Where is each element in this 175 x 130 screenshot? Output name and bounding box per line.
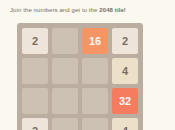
subtitle-text: Join the numbers and get to the (10, 7, 99, 13)
game-subtitle: Join the numbers and get to the 2048 til… (10, 6, 126, 14)
tile-16-r1c3: 16 (82, 28, 108, 54)
empty-cell-r4c2 (52, 118, 78, 130)
tile-2-r1c1: 2 (22, 28, 48, 54)
empty-cell-r1c2 (52, 28, 78, 54)
empty-cell-r3c2 (52, 88, 78, 114)
tile-2-r1c4: 2 (112, 28, 138, 54)
empty-cell-r4c3 (82, 118, 108, 130)
empty-cell-r2c3 (82, 58, 108, 84)
game-board[interactable]: 216243224 (17, 23, 143, 130)
empty-cell-r3c1 (22, 88, 48, 114)
tile-4-r4c4: 4 (112, 118, 138, 130)
tile-4-r2c4: 4 (112, 58, 138, 84)
subtitle-goal-text: 2048 tile! (99, 7, 126, 13)
tile-2-r4c1: 2 (22, 118, 48, 130)
tile-32-r3c4: 32 (112, 88, 138, 114)
empty-cell-r2c2 (52, 58, 78, 84)
empty-cell-r3c3 (82, 88, 108, 114)
empty-cell-r2c1 (22, 58, 48, 84)
